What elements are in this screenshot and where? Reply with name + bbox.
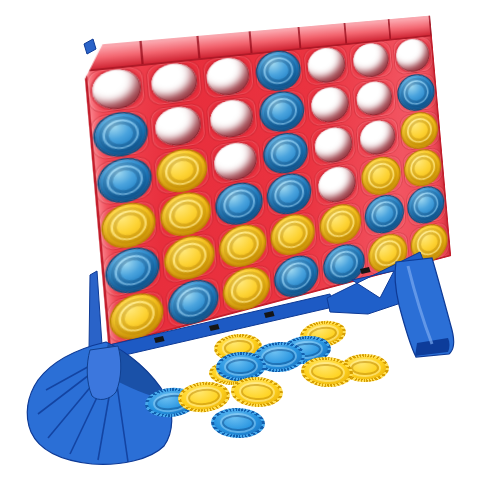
loose-blue-disc[interactable]: [210, 407, 265, 439]
yellow-disc-face: [233, 379, 280, 405]
connect-four-product-photo: [0, 0, 480, 480]
yellow-disc-face: [303, 358, 351, 385]
yellow-disc-face: [180, 383, 228, 412]
loose-yellow-disc[interactable]: [230, 376, 283, 409]
loose-discs-area: [0, 0, 480, 480]
blue-disc-face: [214, 410, 263, 436]
blue-disc-face: [218, 353, 263, 378]
